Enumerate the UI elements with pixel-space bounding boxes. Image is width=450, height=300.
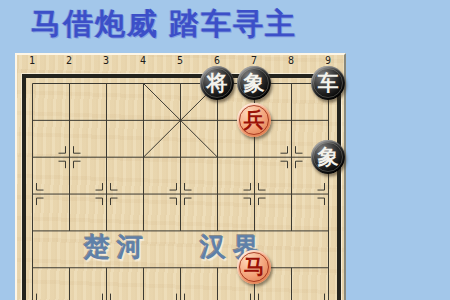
puzzle-title: 马借炮威 踏车寻主 xyxy=(31,4,297,45)
piece-glyph: 象 xyxy=(244,69,265,97)
black-general[interactable]: 将 xyxy=(200,66,234,100)
column-label-7: 7 xyxy=(244,55,264,66)
piece-glyph: 车 xyxy=(318,69,339,97)
river-label-chu: 楚河 xyxy=(84,230,150,267)
xiangqi-app-window: 马借炮威 踏车寻主 123456789 楚河 汉界 将象车兵象马 xyxy=(0,0,450,300)
board-grid[interactable] xyxy=(32,83,330,300)
red-horse[interactable]: 马 xyxy=(237,250,271,284)
column-label-8: 8 xyxy=(281,55,301,66)
black-elephant-2[interactable]: 象 xyxy=(311,140,345,174)
red-soldier[interactable]: 兵 xyxy=(237,103,271,137)
black-elephant-1[interactable]: 象 xyxy=(237,66,271,100)
black-chariot[interactable]: 车 xyxy=(311,66,345,100)
piece-glyph: 兵 xyxy=(244,106,265,134)
column-label-4: 4 xyxy=(133,55,153,66)
piece-glyph: 象 xyxy=(318,143,339,171)
column-label-3: 3 xyxy=(96,55,116,66)
piece-glyph: 马 xyxy=(244,253,265,281)
column-label-9: 9 xyxy=(318,55,338,66)
column-label-6: 6 xyxy=(207,55,227,66)
column-label-2: 2 xyxy=(59,55,79,66)
column-label-1: 1 xyxy=(22,55,42,66)
column-label-5: 5 xyxy=(170,55,190,66)
piece-glyph: 将 xyxy=(207,69,228,97)
